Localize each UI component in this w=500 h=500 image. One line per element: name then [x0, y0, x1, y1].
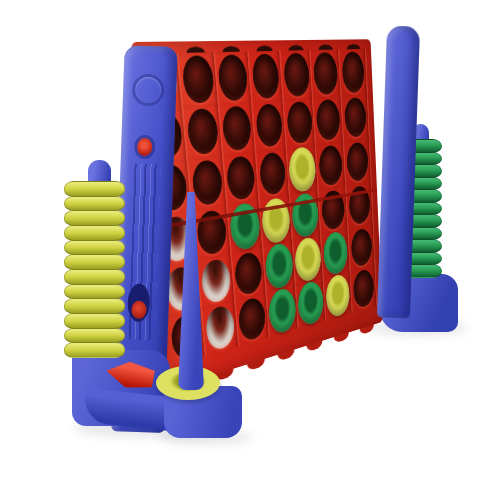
cell-r2c4[interactable] — [252, 100, 287, 152]
board-hole — [191, 159, 223, 207]
board-hole — [217, 55, 248, 102]
board-hole — [205, 304, 236, 352]
board-hole — [238, 296, 267, 343]
board-hole — [352, 268, 374, 310]
cell-r1c2[interactable] — [178, 52, 219, 107]
cell-r6c2[interactable] — [202, 300, 239, 355]
board-hole — [350, 227, 372, 269]
cell-r5c3[interactable] — [231, 247, 266, 301]
board-hole — [286, 101, 313, 145]
cell-r1c7[interactable] — [339, 49, 368, 96]
cell-r2c5[interactable] — [284, 98, 316, 148]
board-hole — [283, 53, 310, 97]
yellow-disc — [294, 236, 322, 284]
board-hole — [313, 52, 338, 95]
cell-r6c7[interactable] — [351, 265, 378, 313]
stacked-yellow-disc — [64, 284, 125, 300]
connect-four-set-photo — [0, 0, 500, 500]
cell-r3c7[interactable] — [344, 138, 372, 185]
cell-r6c4[interactable] — [267, 285, 299, 337]
cell-r5c7[interactable] — [348, 224, 375, 272]
board-hole — [234, 250, 263, 297]
cell-r1c3[interactable] — [215, 51, 253, 104]
cell-r6c3[interactable] — [235, 292, 270, 346]
stacked-yellow-disc — [64, 196, 125, 212]
cell-r2c2[interactable] — [183, 104, 223, 159]
stacked-yellow-disc — [64, 254, 125, 270]
board-hole — [251, 54, 280, 99]
board-hole — [316, 99, 341, 142]
red-slider-peek — [131, 301, 147, 320]
green-disc — [322, 230, 348, 277]
cell-r2c7[interactable] — [342, 94, 370, 141]
green-disc — [297, 279, 324, 327]
stacked-yellow-disc — [64, 181, 125, 197]
board-hole — [341, 52, 365, 93]
post-circle-emboss — [132, 73, 165, 106]
board-hole — [222, 105, 253, 152]
board-hole — [181, 55, 215, 103]
yellow-disc-stack — [64, 182, 125, 358]
board-hole — [255, 103, 284, 148]
cell-r5c6[interactable] — [322, 229, 351, 278]
cell-r2c6[interactable] — [314, 96, 344, 145]
cell-r3c4[interactable] — [256, 148, 290, 200]
cell-r1c5[interactable] — [281, 50, 314, 100]
stacked-yellow-disc — [64, 328, 125, 344]
stacked-yellow-disc — [64, 240, 125, 256]
stacked-yellow-disc — [64, 225, 125, 241]
stacked-yellow-disc — [64, 298, 125, 314]
yellow-disc — [325, 272, 351, 319]
cell-r1c6[interactable] — [311, 49, 342, 97]
cell-r6c6[interactable] — [324, 271, 353, 320]
cell-r3c6[interactable] — [316, 141, 346, 190]
board-hole — [186, 108, 219, 156]
cell-r5c5[interactable] — [293, 234, 324, 284]
yellow-disc — [288, 146, 317, 194]
board-hole — [259, 151, 287, 196]
stacked-yellow-disc — [64, 269, 125, 285]
cell-r6c5[interactable] — [296, 278, 326, 328]
stacked-yellow-disc — [64, 210, 125, 226]
board-hole — [200, 257, 231, 305]
post-red-button — [137, 138, 153, 157]
stacked-yellow-disc — [64, 342, 125, 358]
stacked-yellow-disc — [64, 313, 125, 329]
cell-r5c4[interactable] — [263, 240, 296, 292]
cell-r3c3[interactable] — [223, 152, 259, 205]
cell-r5c2[interactable] — [198, 253, 236, 308]
board-hole — [318, 144, 343, 187]
green-disc — [264, 242, 294, 291]
board-hole — [346, 141, 369, 182]
cell-r2c3[interactable] — [219, 102, 256, 155]
cell-r1c4[interactable] — [249, 51, 284, 102]
board-hole — [343, 97, 366, 138]
cell-r3c5[interactable] — [287, 144, 319, 194]
board-hole — [226, 155, 256, 202]
green-disc — [268, 286, 297, 335]
